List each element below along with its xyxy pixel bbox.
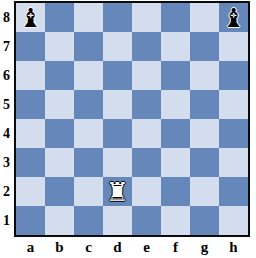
square-e7[interactable]	[132, 32, 161, 61]
square-h5[interactable]	[219, 90, 248, 119]
square-c1[interactable]	[74, 206, 103, 235]
square-d1[interactable]	[103, 206, 132, 235]
square-f7[interactable]	[161, 32, 190, 61]
square-f4[interactable]	[161, 119, 190, 148]
square-c8[interactable]	[74, 3, 103, 32]
white-rook[interactable]: ♜	[103, 177, 132, 206]
rank-labels: 87654321	[0, 3, 13, 235]
rank-label-8: 8	[0, 3, 13, 32]
square-d2[interactable]: ♜	[103, 177, 132, 206]
square-g4[interactable]	[190, 119, 219, 148]
square-f3[interactable]	[161, 148, 190, 177]
square-h7[interactable]	[219, 32, 248, 61]
square-e8[interactable]	[132, 3, 161, 32]
file-label-f: f	[161, 237, 190, 257]
square-c5[interactable]	[74, 90, 103, 119]
square-c3[interactable]	[74, 148, 103, 177]
square-f8[interactable]	[161, 3, 190, 32]
square-g6[interactable]	[190, 61, 219, 90]
rank-label-3: 3	[0, 148, 13, 177]
square-e1[interactable]	[132, 206, 161, 235]
square-g2[interactable]	[190, 177, 219, 206]
square-a2[interactable]	[16, 177, 45, 206]
square-a4[interactable]	[16, 119, 45, 148]
square-b4[interactable]	[45, 119, 74, 148]
square-e5[interactable]	[132, 90, 161, 119]
square-f6[interactable]	[161, 61, 190, 90]
square-a6[interactable]	[16, 61, 45, 90]
square-e2[interactable]	[132, 177, 161, 206]
file-label-g: g	[190, 237, 219, 257]
chess-diagram: 87654321 ♝♝♜ abcdefgh	[0, 0, 256, 258]
square-b2[interactable]	[45, 177, 74, 206]
square-h4[interactable]	[219, 119, 248, 148]
rank-label-4: 4	[0, 119, 13, 148]
square-g3[interactable]	[190, 148, 219, 177]
square-g1[interactable]	[190, 206, 219, 235]
square-a1[interactable]	[16, 206, 45, 235]
black-bishop[interactable]: ♝	[16, 3, 45, 32]
rank-label-1: 1	[0, 206, 13, 235]
file-label-b: b	[45, 237, 74, 257]
square-d4[interactable]	[103, 119, 132, 148]
file-label-c: c	[74, 237, 103, 257]
rank-label-6: 6	[0, 61, 13, 90]
square-e3[interactable]	[132, 148, 161, 177]
rank-label-2: 2	[0, 177, 13, 206]
square-d7[interactable]	[103, 32, 132, 61]
square-e4[interactable]	[132, 119, 161, 148]
square-d8[interactable]	[103, 3, 132, 32]
square-h2[interactable]	[219, 177, 248, 206]
square-f1[interactable]	[161, 206, 190, 235]
square-b3[interactable]	[45, 148, 74, 177]
square-d5[interactable]	[103, 90, 132, 119]
square-c2[interactable]	[74, 177, 103, 206]
square-f2[interactable]	[161, 177, 190, 206]
square-b7[interactable]	[45, 32, 74, 61]
square-h1[interactable]	[219, 206, 248, 235]
square-b8[interactable]	[45, 3, 74, 32]
square-c4[interactable]	[74, 119, 103, 148]
square-b1[interactable]	[45, 206, 74, 235]
square-d3[interactable]	[103, 148, 132, 177]
file-labels: abcdefgh	[16, 237, 248, 257]
square-h8[interactable]: ♝	[219, 3, 248, 32]
file-label-h: h	[219, 237, 248, 257]
square-c7[interactable]	[74, 32, 103, 61]
square-a8[interactable]: ♝	[16, 3, 45, 32]
square-a7[interactable]	[16, 32, 45, 61]
square-b6[interactable]	[45, 61, 74, 90]
file-label-d: d	[103, 237, 132, 257]
square-h3[interactable]	[219, 148, 248, 177]
rank-label-5: 5	[0, 90, 13, 119]
black-bishop[interactable]: ♝	[219, 3, 248, 32]
square-e6[interactable]	[132, 61, 161, 90]
square-c6[interactable]	[74, 61, 103, 90]
square-d6[interactable]	[103, 61, 132, 90]
square-g5[interactable]	[190, 90, 219, 119]
rank-label-7: 7	[0, 32, 13, 61]
square-g8[interactable]	[190, 3, 219, 32]
square-b5[interactable]	[45, 90, 74, 119]
board-frame: ♝♝♜	[14, 1, 250, 237]
square-g7[interactable]	[190, 32, 219, 61]
square-a3[interactable]	[16, 148, 45, 177]
file-label-e: e	[132, 237, 161, 257]
square-a5[interactable]	[16, 90, 45, 119]
file-label-a: a	[16, 237, 45, 257]
square-h6[interactable]	[219, 61, 248, 90]
square-f5[interactable]	[161, 90, 190, 119]
chess-board: ♝♝♜	[16, 3, 248, 235]
